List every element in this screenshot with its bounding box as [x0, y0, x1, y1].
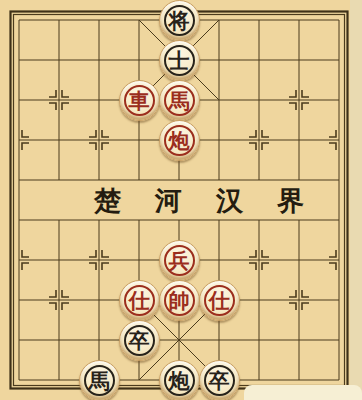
piece-black-soldier[interactable]: 卒 [199, 360, 240, 400]
board[interactable]: 将士車馬炮兵仕帥仕卒馬炮卒 [0, 0, 359, 400]
piece-black-general[interactable]: 将 [159, 0, 200, 41]
piece-ring: 炮 [164, 365, 195, 396]
piece-red-advisor[interactable]: 仕 [119, 280, 160, 321]
piece-red-chariot[interactable]: 車 [119, 80, 160, 121]
piece-character: 卒 [129, 329, 150, 351]
piece-character: 卒 [209, 369, 230, 391]
piece-character: 仕 [129, 289, 150, 311]
piece-character: 兵 [169, 249, 190, 271]
piece-ring: 士 [164, 45, 195, 76]
piece-red-general[interactable]: 帥 [159, 280, 200, 321]
piece-character: 炮 [169, 369, 190, 391]
piece-red-horse[interactable]: 馬 [159, 80, 200, 121]
piece-ring: 炮 [164, 125, 195, 156]
piece-character: 帥 [169, 289, 190, 311]
piece-red-cannon[interactable]: 炮 [159, 120, 200, 161]
piece-character: 炮 [169, 129, 190, 151]
piece-ring: 兵 [164, 245, 195, 276]
piece-black-cannon[interactable]: 炮 [159, 360, 200, 400]
piece-character: 士 [169, 49, 190, 71]
piece-ring: 馬 [84, 365, 115, 396]
piece-character: 仕 [209, 289, 230, 311]
piece-ring: 仕 [204, 285, 235, 316]
piece-character: 馬 [169, 89, 190, 111]
xiangqi-board-screen: 楚河 汉界 将士車馬炮兵仕帥仕卒馬炮卒 [0, 0, 362, 400]
piece-black-advisor[interactable]: 士 [159, 40, 200, 81]
piece-character: 車 [129, 89, 150, 111]
piece-red-advisor[interactable]: 仕 [199, 280, 240, 321]
piece-red-soldier[interactable]: 兵 [159, 240, 200, 281]
piece-ring: 将 [164, 5, 195, 36]
piece-ring: 馬 [164, 85, 195, 116]
piece-black-soldier[interactable]: 卒 [119, 320, 160, 361]
piece-ring: 仕 [124, 285, 155, 316]
piece-ring: 卒 [124, 325, 155, 356]
piece-character: 将 [169, 9, 190, 31]
piece-ring: 卒 [204, 365, 235, 396]
piece-black-horse[interactable]: 馬 [79, 360, 120, 400]
piece-ring: 車 [124, 85, 155, 116]
piece-character: 馬 [89, 369, 110, 391]
piece-ring: 帥 [164, 285, 195, 316]
